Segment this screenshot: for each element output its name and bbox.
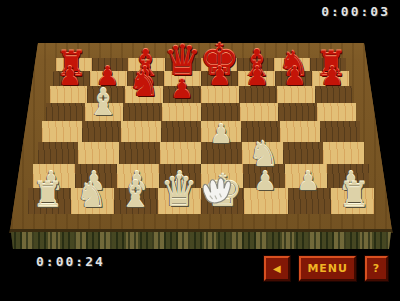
square-b3[interactable] bbox=[78, 142, 119, 164]
piece-red-pawn-g7[interactable]: ♟ bbox=[280, 63, 310, 89]
square-g4[interactable] bbox=[280, 121, 320, 141]
square-h3[interactable] bbox=[323, 142, 364, 164]
square-b4[interactable] bbox=[82, 121, 122, 141]
hand-cursor-icon bbox=[196, 174, 238, 212]
piece-white-pawn-g2[interactable]: ♟ bbox=[293, 168, 323, 194]
piece-white-pawn-f2[interactable]: ♟ bbox=[250, 168, 280, 194]
square-c4[interactable] bbox=[121, 121, 161, 141]
square-d4[interactable] bbox=[161, 121, 201, 141]
question-mark-icon: ? bbox=[373, 262, 380, 275]
piece-white-pawn-e4[interactable]: ♟ bbox=[206, 121, 236, 147]
square-h4[interactable] bbox=[320, 121, 360, 141]
piece-white-knight-b1[interactable]: ♞ bbox=[72, 178, 111, 213]
menu-button-label: MENU bbox=[307, 262, 348, 275]
square-d5[interactable] bbox=[162, 103, 201, 122]
piece-red-pawn-a7[interactable]: ♟ bbox=[55, 63, 85, 89]
square-c5[interactable] bbox=[123, 103, 162, 122]
piece-white-rook-h1[interactable]: ♜ bbox=[335, 178, 374, 213]
square-h5[interactable] bbox=[317, 103, 356, 122]
square-g3[interactable] bbox=[283, 142, 324, 164]
square-f5[interactable] bbox=[240, 103, 279, 122]
menu-button[interactable]: MENU bbox=[299, 256, 356, 281]
piece-red-pawn-f7[interactable]: ♟ bbox=[242, 63, 272, 89]
square-a3[interactable] bbox=[38, 142, 79, 164]
board-front-face bbox=[8, 232, 394, 249]
control-bar: ◀ MENU ? bbox=[264, 256, 388, 281]
square-c3[interactable] bbox=[119, 142, 160, 164]
board-row-4 bbox=[42, 121, 360, 141]
square-a4[interactable] bbox=[42, 121, 82, 141]
help-button[interactable]: ? bbox=[365, 256, 388, 281]
piece-red-pawn-h7[interactable]: ♟ bbox=[317, 63, 347, 89]
piece-white-bishop-c1[interactable]: ♝ bbox=[115, 176, 156, 213]
square-g5[interactable] bbox=[278, 103, 317, 122]
piece-red-pawn-d6[interactable]: ♟ bbox=[167, 76, 197, 102]
piece-red-pawn-e7[interactable]: ♟ bbox=[205, 63, 235, 89]
board-row-3 bbox=[38, 142, 365, 164]
piece-white-bishop-b5[interactable]: ♝ bbox=[83, 84, 124, 121]
left-arrow-icon: ◀ bbox=[273, 263, 282, 274]
square-d3[interactable] bbox=[160, 142, 201, 164]
square-a5[interactable] bbox=[46, 103, 85, 122]
piece-white-rook-a1[interactable]: ♜ bbox=[28, 178, 67, 213]
piece-red-knight-c6[interactable]: ♞ bbox=[124, 67, 163, 102]
back-button[interactable]: ◀ bbox=[264, 256, 290, 281]
